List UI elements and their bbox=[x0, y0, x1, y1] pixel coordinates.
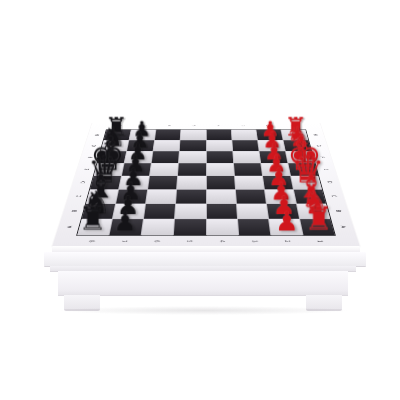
far-rank-label-3: 3 bbox=[238, 121, 248, 131]
left-file-label-f: F bbox=[76, 154, 104, 160]
square-d4 bbox=[206, 176, 234, 189]
right-file-label-g: G bbox=[305, 143, 333, 148]
square-g4 bbox=[206, 140, 232, 151]
square-g3 bbox=[232, 140, 258, 151]
square-d6 bbox=[148, 176, 177, 189]
square-g6 bbox=[154, 140, 180, 151]
photo-stage: 87654321 87654321 HGFEDCBA HGFEDCBA ♜♟♟♜… bbox=[0, 0, 400, 400]
square-c5 bbox=[176, 189, 205, 203]
square-f4 bbox=[206, 151, 232, 162]
left-file-label-e: E bbox=[72, 166, 101, 172]
right-file-label-c: C bbox=[318, 193, 350, 200]
far-rank-label-7: 7 bbox=[139, 121, 150, 131]
right-file-label-h: H bbox=[302, 132, 329, 137]
base-plinth bbox=[58, 271, 348, 296]
square-c4 bbox=[206, 189, 235, 203]
square-d5 bbox=[177, 176, 205, 189]
chess-board-panel: 87654321 87654321 HGFEDCBA HGFEDCBA ♜♟♟♜… bbox=[52, 123, 360, 247]
left-file-label-h: H bbox=[83, 132, 110, 137]
board-scene: 87654321 87654321 HGFEDCBA HGFEDCBA ♜♟♟♜… bbox=[52, 100, 360, 247]
square-d3 bbox=[235, 176, 264, 189]
black-pawn-a7: ♟ bbox=[114, 208, 138, 234]
far-rank-label-5: 5 bbox=[189, 121, 198, 131]
right-file-label-f: F bbox=[308, 154, 336, 160]
square-f6 bbox=[152, 151, 179, 162]
square-c6 bbox=[146, 189, 176, 203]
square-f3 bbox=[233, 151, 260, 162]
square-f5 bbox=[179, 151, 205, 162]
left-file-label-b: B bbox=[57, 207, 90, 214]
square-b6 bbox=[144, 204, 175, 219]
left-file-label-d: D bbox=[67, 179, 97, 185]
base-cornice bbox=[44, 252, 366, 267]
right-file-label-d: D bbox=[314, 179, 344, 185]
right-file-label-a: A bbox=[326, 223, 360, 231]
square-h4 bbox=[206, 130, 231, 140]
square-e3 bbox=[234, 163, 262, 175]
far-rank-label-2: 2 bbox=[262, 121, 273, 131]
left-file-label-g: G bbox=[80, 143, 108, 148]
square-h5 bbox=[181, 130, 206, 140]
square-e5 bbox=[178, 163, 205, 175]
square-b5 bbox=[175, 204, 205, 219]
red-pawn-a2: ♟ bbox=[275, 208, 299, 234]
far-rank-label-4: 4 bbox=[214, 121, 223, 131]
right-file-label-b: B bbox=[322, 207, 355, 214]
square-b3 bbox=[237, 204, 268, 219]
square-b4 bbox=[206, 204, 236, 219]
square-h6 bbox=[155, 130, 181, 140]
right-file-label-e: E bbox=[311, 166, 340, 172]
left-file-label-c: C bbox=[62, 193, 94, 200]
left-file-label-a: A bbox=[52, 223, 86, 231]
square-e6 bbox=[150, 163, 178, 175]
square-g5 bbox=[180, 140, 206, 151]
square-e4 bbox=[206, 163, 233, 175]
near-edge-rank-labels: 87654321 bbox=[74, 237, 337, 246]
square-c3 bbox=[236, 189, 266, 203]
checkerboard-grid: ♜♟♟♜♞♟♟♞♝♟♟♝♚♟♟♚♛♟♟♛♝♟♟♝♞♟♟♞♜♟♟♜ bbox=[76, 129, 336, 235]
far-rank-label-6: 6 bbox=[164, 121, 174, 131]
square-h3 bbox=[231, 130, 257, 140]
floor-shadow bbox=[58, 306, 350, 315]
